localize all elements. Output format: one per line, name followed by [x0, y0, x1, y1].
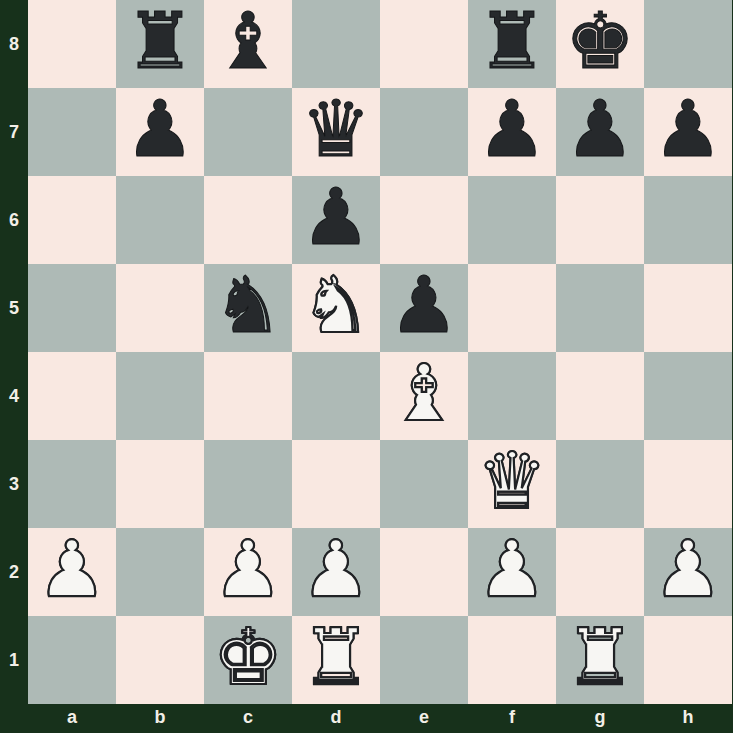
- black-rook-piece[interactable]: ♜: [468, 0, 556, 85]
- square-a5[interactable]: [28, 264, 116, 352]
- file-label-g: g: [556, 704, 644, 733]
- square-h4[interactable]: [644, 352, 732, 440]
- square-c3[interactable]: [204, 440, 292, 528]
- square-d7[interactable]: ♛: [292, 88, 380, 176]
- square-c7[interactable]: [204, 88, 292, 176]
- square-g5[interactable]: [556, 264, 644, 352]
- square-e2[interactable]: [380, 528, 468, 616]
- black-pawn-piece[interactable]: ♟: [116, 85, 204, 173]
- square-f6[interactable]: [468, 176, 556, 264]
- black-knight-piece[interactable]: ♞: [204, 261, 292, 349]
- square-e3[interactable]: [380, 440, 468, 528]
- square-d2[interactable]: ♟: [292, 528, 380, 616]
- square-f1[interactable]: [468, 616, 556, 704]
- rank-label-5: 5: [0, 264, 28, 352]
- rank-label-2: 2: [0, 528, 28, 616]
- file-label-h: h: [644, 704, 732, 733]
- square-a7[interactable]: [28, 88, 116, 176]
- square-b5[interactable]: [116, 264, 204, 352]
- rank-label-6: 6: [0, 176, 28, 264]
- black-king-piece[interactable]: ♚: [556, 0, 644, 85]
- file-label-b: b: [116, 704, 204, 733]
- square-f2[interactable]: ♟: [468, 528, 556, 616]
- square-c6[interactable]: [204, 176, 292, 264]
- square-h7[interactable]: ♟: [644, 88, 732, 176]
- white-rook-piece[interactable]: ♜: [292, 613, 380, 701]
- black-pawn-piece[interactable]: ♟: [292, 173, 380, 261]
- square-d8[interactable]: [292, 0, 380, 88]
- square-a2[interactable]: ♟: [28, 528, 116, 616]
- white-pawn-piece[interactable]: ♟: [204, 525, 292, 613]
- file-label-f: f: [468, 704, 556, 733]
- black-queen-piece[interactable]: ♛: [292, 85, 380, 173]
- square-e1[interactable]: [380, 616, 468, 704]
- square-d1[interactable]: ♜: [292, 616, 380, 704]
- chessboard-frame: ♜♝♜♚♟♛♟♟♟♟♞♞♟♝♛♟♟♟♟♟♚♜♜ 87654321 abcdefg…: [0, 0, 733, 733]
- square-g1[interactable]: ♜: [556, 616, 644, 704]
- square-a1[interactable]: [28, 616, 116, 704]
- square-a6[interactable]: [28, 176, 116, 264]
- square-h8[interactable]: [644, 0, 732, 88]
- white-pawn-piece[interactable]: ♟: [292, 525, 380, 613]
- rank-label-4: 4: [0, 352, 28, 440]
- square-g6[interactable]: [556, 176, 644, 264]
- square-h5[interactable]: [644, 264, 732, 352]
- square-c4[interactable]: [204, 352, 292, 440]
- file-label-d: d: [292, 704, 380, 733]
- file-label-e: e: [380, 704, 468, 733]
- rank-label-7: 7: [0, 88, 28, 176]
- square-g8[interactable]: ♚: [556, 0, 644, 88]
- white-queen-piece[interactable]: ♛: [468, 437, 556, 525]
- square-a4[interactable]: [28, 352, 116, 440]
- white-bishop-piece[interactable]: ♝: [380, 349, 468, 437]
- rank-label-1: 1: [0, 616, 28, 704]
- square-f8[interactable]: ♜: [468, 0, 556, 88]
- rank-label-8: 8: [0, 0, 28, 88]
- square-a8[interactable]: [28, 0, 116, 88]
- square-b6[interactable]: [116, 176, 204, 264]
- white-pawn-piece[interactable]: ♟: [644, 525, 732, 613]
- square-b7[interactable]: ♟: [116, 88, 204, 176]
- square-c8[interactable]: ♝: [204, 0, 292, 88]
- white-knight-piece[interactable]: ♞: [292, 261, 380, 349]
- white-pawn-piece[interactable]: ♟: [28, 525, 116, 613]
- square-h2[interactable]: ♟: [644, 528, 732, 616]
- square-b3[interactable]: [116, 440, 204, 528]
- square-f4[interactable]: [468, 352, 556, 440]
- square-a3[interactable]: [28, 440, 116, 528]
- black-pawn-piece[interactable]: ♟: [556, 85, 644, 173]
- square-f7[interactable]: ♟: [468, 88, 556, 176]
- square-e6[interactable]: [380, 176, 468, 264]
- square-f5[interactable]: [468, 264, 556, 352]
- rank-label-3: 3: [0, 440, 28, 528]
- file-label-c: c: [204, 704, 292, 733]
- file-label-a: a: [28, 704, 116, 733]
- black-pawn-piece[interactable]: ♟: [468, 85, 556, 173]
- square-g4[interactable]: [556, 352, 644, 440]
- square-b8[interactable]: ♜: [116, 0, 204, 88]
- square-g3[interactable]: [556, 440, 644, 528]
- square-e4[interactable]: ♝: [380, 352, 468, 440]
- square-g7[interactable]: ♟: [556, 88, 644, 176]
- square-b2[interactable]: [116, 528, 204, 616]
- square-b4[interactable]: [116, 352, 204, 440]
- square-d3[interactable]: [292, 440, 380, 528]
- white-pawn-piece[interactable]: ♟: [468, 525, 556, 613]
- square-h1[interactable]: [644, 616, 732, 704]
- square-e5[interactable]: ♟: [380, 264, 468, 352]
- black-rook-piece[interactable]: ♜: [116, 0, 204, 85]
- square-h6[interactable]: [644, 176, 732, 264]
- white-rook-piece[interactable]: ♜: [556, 613, 644, 701]
- chess-board: ♜♝♜♚♟♛♟♟♟♟♞♞♟♝♛♟♟♟♟♟♚♜♜: [28, 0, 732, 704]
- square-c1[interactable]: ♚: [204, 616, 292, 704]
- square-d5[interactable]: ♞: [292, 264, 380, 352]
- square-e8[interactable]: [380, 0, 468, 88]
- square-d4[interactable]: [292, 352, 380, 440]
- square-g2[interactable]: [556, 528, 644, 616]
- square-h3[interactable]: [644, 440, 732, 528]
- square-c2[interactable]: ♟: [204, 528, 292, 616]
- square-c5[interactable]: ♞: [204, 264, 292, 352]
- black-bishop-piece[interactable]: ♝: [204, 0, 292, 85]
- black-pawn-piece[interactable]: ♟: [380, 261, 468, 349]
- square-d6[interactable]: ♟: [292, 176, 380, 264]
- white-king-piece[interactable]: ♚: [204, 613, 292, 701]
- square-b1[interactable]: [116, 616, 204, 704]
- square-e7[interactable]: [380, 88, 468, 176]
- square-f3[interactable]: ♛: [468, 440, 556, 528]
- black-pawn-piece[interactable]: ♟: [644, 85, 732, 173]
